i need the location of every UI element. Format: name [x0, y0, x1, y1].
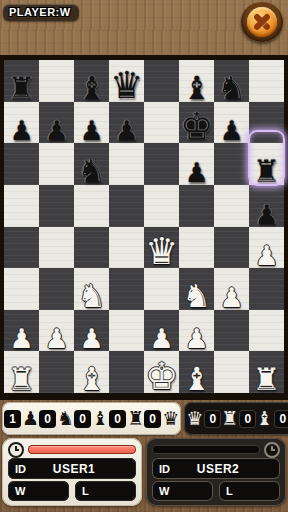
player1-name: USER1	[26, 462, 122, 476]
captured-count-badge: 0	[39, 410, 56, 428]
square-c3[interactable]: ♞	[74, 268, 109, 310]
piece-white-pawn[interactable]: ♟	[74, 326, 109, 353]
player-turn-badge: PLAYER:W	[3, 4, 79, 21]
captured-count-badge: 1	[4, 410, 21, 428]
square-e1[interactable]: ♚	[144, 351, 179, 393]
square-f5[interactable]	[179, 185, 214, 227]
square-a3[interactable]	[4, 268, 39, 310]
piece-black-pawn[interactable]: ♟	[214, 118, 249, 145]
piece-black-rook[interactable]: ♜	[4, 73, 39, 104]
square-a4[interactable]	[4, 227, 39, 269]
piece-black-pawn[interactable]: ♟	[109, 118, 144, 145]
square-f2[interactable]: ♟	[179, 310, 214, 352]
player2-time-bar	[152, 445, 260, 454]
square-c5[interactable]	[74, 185, 109, 227]
player2-name: USER2	[170, 462, 266, 476]
captured-count-badge: 0	[109, 410, 126, 428]
clock-icon	[264, 442, 280, 458]
square-d8[interactable]: ♛	[109, 60, 144, 102]
square-g6[interactable]	[214, 143, 249, 185]
piece-black-bishop[interactable]: ♝	[74, 72, 109, 104]
square-g2[interactable]	[214, 310, 249, 352]
captured-black-rook-slot: 0♜	[109, 409, 144, 428]
player2-id-box: ID USER2	[152, 458, 280, 479]
piece-white-pawn[interactable]: ♟	[249, 243, 284, 270]
square-d5[interactable]	[109, 185, 144, 227]
player1-score-row: W L	[8, 481, 136, 501]
captured-white-queen-slot: ♛0	[186, 409, 221, 428]
piece-white-pawn[interactable]: ♟	[179, 326, 214, 353]
square-c2[interactable]: ♟	[74, 310, 109, 352]
square-d6[interactable]	[109, 143, 144, 185]
piece-black-pawn[interactable]: ♟	[249, 202, 284, 229]
piece-white-pawn[interactable]: ♟	[39, 326, 74, 353]
piece-black-pawn[interactable]: ♟	[179, 160, 214, 187]
piece-white-queen[interactable]: ♛	[144, 233, 179, 270]
player2-losses-box: L	[219, 481, 280, 501]
piece-white-bishop[interactable]: ♝	[179, 363, 214, 395]
square-e8[interactable]	[144, 60, 179, 102]
square-f6[interactable]: ♟	[179, 143, 214, 185]
player2-timer-row	[152, 443, 280, 456]
captured-black-queen-slot: 0♛	[144, 409, 179, 428]
piece-black-rook[interactable]: ♜	[249, 156, 284, 187]
square-c1[interactable]: ♝	[74, 351, 109, 393]
square-b6[interactable]	[39, 143, 74, 185]
captured-count-badge: 0	[144, 410, 161, 428]
id-label: ID	[15, 463, 26, 475]
black-knight-icon: ♞	[57, 409, 74, 428]
square-a7[interactable]: ♟	[4, 102, 39, 144]
player1-wins-box: W	[8, 481, 69, 501]
piece-black-knight[interactable]: ♞	[214, 72, 249, 104]
chess-board: ♜♝♛♝♞♟♟♟♟♚♟♞♟♜♟♛♟♞♞♟♟♟♟♟♟♜♝♚♝♜	[4, 60, 284, 393]
captured-count-badge: 0	[274, 410, 288, 428]
square-c7[interactable]: ♟	[74, 102, 109, 144]
square-g5[interactable]	[214, 185, 249, 227]
captured-count-badge: 0	[74, 410, 91, 428]
square-a8[interactable]: ♜	[4, 60, 39, 102]
square-e4[interactable]: ♛	[144, 227, 179, 269]
square-a2[interactable]: ♟	[4, 310, 39, 352]
player1-id-box: ID USER1	[8, 458, 136, 479]
piece-white-king[interactable]: ♚	[144, 358, 179, 395]
piece-black-knight[interactable]: ♞	[74, 155, 109, 187]
white-rook-icon: ♜	[221, 409, 238, 428]
square-b5[interactable]	[39, 185, 74, 227]
square-c8[interactable]: ♝	[74, 60, 109, 102]
square-h3[interactable]	[249, 268, 284, 310]
piece-white-knight[interactable]: ♞	[74, 280, 109, 312]
piece-black-pawn[interactable]: ♟	[39, 118, 74, 145]
square-b3[interactable]	[39, 268, 74, 310]
piece-black-queen[interactable]: ♛	[109, 67, 144, 104]
square-e6[interactable]	[144, 143, 179, 185]
square-f8[interactable]: ♝	[179, 60, 214, 102]
square-f3[interactable]: ♞	[179, 268, 214, 310]
square-g8[interactable]: ♞	[214, 60, 249, 102]
square-h4[interactable]: ♟	[249, 227, 284, 269]
square-d3[interactable]	[109, 268, 144, 310]
app-screen: PLAYER:W ♜♝♛♝♞♟♟♟♟♚♟♞♟♜♟♛♟♞♞♟♟♟♟♟♟♜♝♚♝♜ …	[0, 0, 288, 512]
square-h7[interactable]	[249, 102, 284, 144]
captured-count-badge: 0	[204, 410, 221, 428]
square-a5[interactable]	[4, 185, 39, 227]
square-e7[interactable]	[144, 102, 179, 144]
square-b1[interactable]	[39, 351, 74, 393]
captured-black-pawn-slot: 1♟	[4, 409, 39, 428]
square-g7[interactable]: ♟	[214, 102, 249, 144]
square-e2[interactable]: ♟	[144, 310, 179, 352]
square-h2[interactable]	[249, 310, 284, 352]
piece-white-rook[interactable]: ♜	[4, 364, 39, 395]
piece-white-knight[interactable]: ♞	[179, 280, 214, 312]
square-a1[interactable]: ♜	[4, 351, 39, 393]
player2-wins-box: W	[152, 481, 213, 501]
black-pawn-icon: ♟	[22, 409, 39, 428]
black-queen-icon: ♛	[162, 409, 179, 428]
square-b2[interactable]: ♟	[39, 310, 74, 352]
piece-black-bishop[interactable]: ♝	[179, 72, 214, 104]
black-bishop-icon: ♝	[92, 409, 109, 428]
square-d7[interactable]: ♟	[109, 102, 144, 144]
id-label: ID	[159, 463, 170, 475]
square-h5[interactable]: ♟	[249, 185, 284, 227]
white-bishop-icon: ♝	[256, 409, 273, 428]
player1-timer-row	[8, 443, 136, 456]
square-f4[interactable]	[179, 227, 214, 269]
square-h1[interactable]: ♜	[249, 351, 284, 393]
square-b8[interactable]	[39, 60, 74, 102]
player2-score-row: W L	[152, 481, 280, 501]
captured-by-black-tray: ♛0♜0♝0♞0♟1	[184, 402, 288, 435]
captured-white-rook-slot: ♜0	[221, 409, 256, 428]
piece-white-pawn[interactable]: ♟	[4, 326, 39, 353]
square-g4[interactable]	[214, 227, 249, 269]
square-g3[interactable]: ♟	[214, 268, 249, 310]
square-h6[interactable]: ♜	[249, 143, 284, 185]
square-e3[interactable]	[144, 268, 179, 310]
piece-white-pawn[interactable]: ♟	[144, 326, 179, 353]
square-d4[interactable]	[109, 227, 144, 269]
close-button[interactable]	[241, 2, 283, 42]
square-d2[interactable]	[109, 310, 144, 352]
square-e5[interactable]	[144, 185, 179, 227]
captured-pieces-section: 1♟0♞0♝0♜0♛ ♛0♜0♝0♞0♟1	[0, 402, 288, 435]
square-g1[interactable]	[214, 351, 249, 393]
piece-white-pawn[interactable]: ♟	[214, 285, 249, 312]
square-a6[interactable]	[4, 143, 39, 185]
close-icon	[247, 7, 277, 37]
piece-black-pawn[interactable]: ♟	[74, 118, 109, 145]
black-rook-icon: ♜	[127, 409, 144, 428]
captured-black-knight-slot: 0♞	[39, 409, 74, 428]
clock-icon	[8, 442, 24, 458]
square-b7[interactable]: ♟	[39, 102, 74, 144]
player-panels: ID USER1 W L ID USER2 W L	[0, 438, 288, 506]
square-d1[interactable]	[109, 351, 144, 393]
player1-losses-box: L	[75, 481, 136, 501]
square-b4[interactable]	[39, 227, 74, 269]
player2-panel: ID USER2 W L	[146, 438, 286, 506]
captured-white-bishop-slot: ♝0	[256, 409, 288, 428]
piece-black-king[interactable]: ♚	[179, 108, 214, 145]
captured-by-white-tray: 1♟0♞0♝0♜0♛	[2, 402, 181, 435]
captured-count-badge: 0	[239, 410, 256, 428]
square-f1[interactable]: ♝	[179, 351, 214, 393]
white-queen-icon: ♛	[186, 409, 203, 428]
square-c4[interactable]	[74, 227, 109, 269]
piece-white-rook[interactable]: ♜	[249, 364, 284, 395]
square-c6[interactable]: ♞	[74, 143, 109, 185]
square-h8[interactable]	[249, 60, 284, 102]
chess-board-frame: ♜♝♛♝♞♟♟♟♟♚♟♞♟♜♟♛♟♞♞♟♟♟♟♟♟♜♝♚♝♜	[0, 55, 288, 400]
piece-black-pawn[interactable]: ♟	[4, 118, 39, 145]
captured-black-bishop-slot: 0♝	[74, 409, 109, 428]
player1-panel: ID USER1 W L	[2, 438, 142, 506]
square-f7[interactable]: ♚	[179, 102, 214, 144]
piece-white-bishop[interactable]: ♝	[74, 363, 109, 395]
player1-time-bar	[28, 445, 136, 454]
